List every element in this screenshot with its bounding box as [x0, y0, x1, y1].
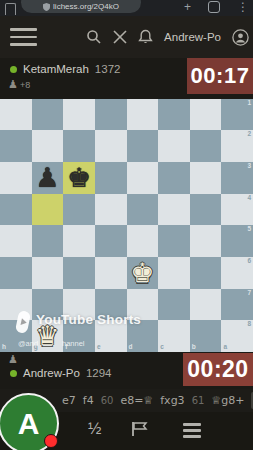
coord-file-e: e: [97, 344, 101, 351]
player-bottom-rating: 1294: [86, 367, 112, 379]
coord-rank-6: 6: [247, 258, 251, 265]
move[interactable]: f4: [83, 394, 94, 407]
square-a2[interactable]: 2: [221, 130, 253, 161]
square-b3[interactable]: [190, 162, 222, 194]
square-b7[interactable]: [190, 289, 222, 320]
square-c8[interactable]: c: [158, 320, 190, 352]
square-a1[interactable]: 1: [221, 99, 253, 130]
captured-pawn-icon: ♟: [8, 78, 18, 91]
captured-pawn-icon: ♟: [8, 353, 18, 366]
coord-file-h: h: [2, 344, 6, 351]
square-g4[interactable]: [32, 194, 64, 225]
square-e5[interactable]: [95, 225, 127, 256]
square-c7[interactable]: [158, 289, 190, 320]
site-header: Andrew-Po: [0, 16, 253, 58]
header-username[interactable]: Andrew-Po: [164, 31, 221, 43]
move[interactable]: e7: [62, 394, 76, 407]
square-b8[interactable]: b: [190, 320, 222, 352]
coord-file-a: a: [223, 344, 227, 351]
browser-tab-icon[interactable]: [5, 3, 16, 15]
notification-dot: [44, 434, 58, 448]
player-top-rating: 1372: [95, 63, 121, 75]
move[interactable]: e8=♕: [120, 394, 153, 407]
online-indicator: [10, 370, 17, 377]
current-move[interactable]: ♔f3: [251, 392, 253, 409]
square-d2[interactable]: [127, 130, 159, 161]
coord-rank-4: 4: [247, 195, 251, 202]
notifications-bell-icon[interactable]: [138, 29, 153, 45]
shorts-logo-icon: [13, 310, 33, 334]
square-h2[interactable]: [0, 130, 32, 161]
square-b2[interactable]: [190, 130, 222, 161]
square-g3[interactable]: ♟: [32, 162, 64, 194]
square-b6[interactable]: [190, 257, 222, 289]
square-a5[interactable]: 5: [221, 225, 253, 256]
square-a8[interactable]: 8a: [221, 320, 253, 352]
square-f3[interactable]: ♚: [63, 162, 95, 194]
player-top-name[interactable]: KetamMerah: [23, 63, 89, 75]
coord-rank-7: 7: [247, 290, 251, 297]
move-number: 61: [192, 395, 205, 406]
square-h5[interactable]: [0, 225, 32, 256]
tab-switcher-icon[interactable]: [208, 1, 220, 13]
coord-rank-1: 1: [247, 100, 251, 107]
square-c4[interactable]: [158, 194, 190, 225]
square-c5[interactable]: [158, 225, 190, 256]
square-g2[interactable]: [32, 130, 64, 161]
square-g6[interactable]: [32, 257, 64, 289]
square-h1[interactable]: [0, 99, 32, 130]
coord-file-b: b: [192, 344, 196, 351]
square-d3[interactable]: [127, 162, 159, 194]
player-bottom-name[interactable]: Andrew-Po: [23, 367, 80, 379]
user-avatar-icon[interactable]: [232, 29, 249, 46]
square-e4[interactable]: [95, 194, 127, 225]
square-a4[interactable]: 4: [221, 194, 253, 225]
square-d4[interactable]: [127, 194, 159, 225]
url-bar[interactable]: lichess.org/2Q4kO: [21, 0, 141, 13]
square-b1[interactable]: [190, 99, 222, 130]
browser-bar: lichess.org/2Q4kO + ⋮: [0, 0, 253, 16]
shield-icon: [43, 3, 50, 11]
resign-flag-icon[interactable]: [131, 421, 149, 437]
square-b4[interactable]: [190, 194, 222, 225]
square-f6[interactable]: [63, 257, 95, 289]
search-icon[interactable]: [86, 29, 102, 45]
square-e6[interactable]: [95, 257, 127, 289]
square-f2[interactable]: [63, 130, 95, 161]
square-e2[interactable]: [95, 130, 127, 161]
square-g5[interactable]: [32, 225, 64, 256]
browser-menu-icon[interactable]: ⋮: [237, 2, 249, 12]
square-h3[interactable]: [0, 162, 32, 194]
move[interactable]: fxg3: [160, 394, 184, 407]
url-text: lichess.org/2Q4kO: [53, 2, 119, 11]
clock-top: 00:17: [187, 58, 253, 94]
avatar-letter: A: [18, 407, 40, 441]
move-number: 60: [101, 395, 114, 406]
square-f4[interactable]: [63, 194, 95, 225]
watermark-handle-suffix: hannel: [62, 339, 85, 348]
move[interactable]: ♕g8+: [211, 394, 244, 407]
coord-rank-2: 2: [247, 131, 251, 138]
new-tab-icon[interactable]: +: [184, 2, 191, 12]
square-d1[interactable]: [127, 99, 159, 130]
black-king-f3[interactable]: ♚: [63, 162, 95, 194]
square-d6[interactable]: ♚: [127, 257, 159, 289]
coord-file-d: d: [129, 344, 133, 351]
square-a7[interactable]: 7: [221, 289, 253, 320]
square-c6[interactable]: [158, 257, 190, 289]
material-advantage: +8: [20, 80, 30, 90]
coord-rank-3: 3: [247, 163, 251, 170]
challenges-icon[interactable]: [113, 30, 127, 44]
hamburger-menu-icon[interactable]: [10, 28, 37, 46]
square-a3[interactable]: 3: [221, 162, 253, 194]
square-e3[interactable]: [95, 162, 127, 194]
square-c1[interactable]: [158, 99, 190, 130]
square-c3[interactable]: [158, 162, 190, 194]
online-indicator: [10, 66, 17, 73]
square-g1[interactable]: [32, 99, 64, 130]
coord-file-c: c: [160, 344, 164, 351]
square-f5[interactable]: [63, 225, 95, 256]
square-d5[interactable]: [127, 225, 159, 256]
offer-draw-button[interactable]: ½: [88, 420, 101, 438]
square-b5[interactable]: [190, 225, 222, 256]
white-king-d6[interactable]: ♚: [127, 257, 159, 289]
coord-rank-8: 8: [247, 321, 251, 328]
square-h6[interactable]: [0, 257, 32, 289]
game-menu-icon[interactable]: [183, 423, 201, 438]
black-pawn-g3[interactable]: ♟: [32, 162, 64, 194]
square-e1[interactable]: [95, 99, 127, 130]
clock-bottom: 00:20: [183, 353, 253, 386]
square-a6[interactable]: 6: [221, 257, 253, 289]
square-h4[interactable]: [0, 194, 32, 225]
watermark-brand: YouTube Shorts: [36, 312, 141, 327]
coord-rank-5: 5: [247, 226, 251, 233]
square-f1[interactable]: [63, 99, 95, 130]
square-c2[interactable]: [158, 130, 190, 161]
